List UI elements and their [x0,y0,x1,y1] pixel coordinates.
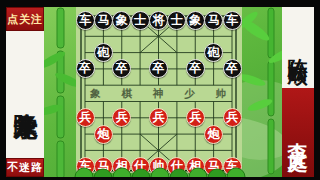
left-sidebar: 点关注 降龙十八掌 不迷路 [6,7,44,177]
bushes-decoration [0,0,320,180]
dont-get-lost-badge[interactable]: 不迷路 [6,158,44,177]
letterbox-bottom [0,177,320,180]
player-top-name: 陈松顺 [287,42,309,54]
player-bottom-panel: 李义庭 [282,88,314,177]
video-thumbnail: 象棋神少帅 车马象士将士象马车砲砲卒卒卒卒卒兵兵兵兵兵炮炮车马相仕帅仕相马车 点… [0,0,320,180]
letterbox-left [0,0,6,180]
follow-badge[interactable]: 点关注 [6,7,44,31]
player-top-panel: 陈松顺 [282,7,314,88]
player-bottom-name: 李义庭 [287,127,309,139]
letterbox-right [314,0,320,180]
series-title-panel: 降龙十八掌 [6,31,44,158]
letterbox-top [0,0,320,7]
right-sidebar: 陈松顺 李义庭 [282,7,314,177]
